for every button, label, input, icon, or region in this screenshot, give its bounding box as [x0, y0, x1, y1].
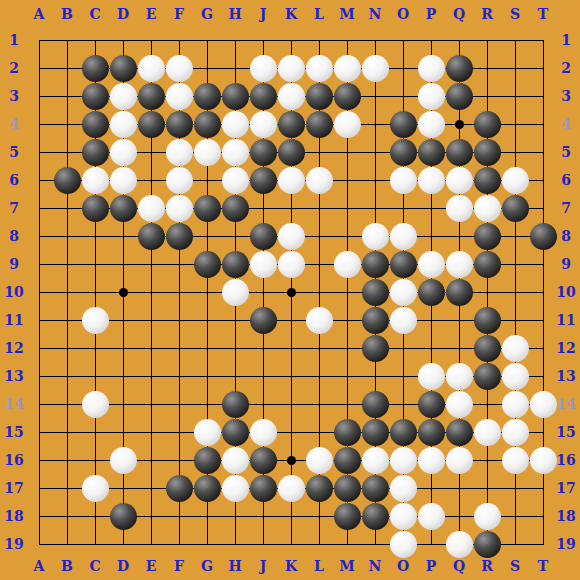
white-stone[interactable]: [390, 167, 417, 194]
col-label-bottom: N: [364, 558, 386, 574]
white-stone[interactable]: [418, 363, 445, 390]
white-stone[interactable]: [502, 335, 529, 362]
row-label-right: 17: [555, 480, 577, 496]
black-stone[interactable]: [334, 475, 361, 502]
black-stone[interactable]: [362, 307, 389, 334]
black-stone[interactable]: [194, 447, 221, 474]
star-point: [287, 288, 296, 297]
white-stone[interactable]: [390, 447, 417, 474]
white-stone[interactable]: [166, 167, 193, 194]
col-label-bottom: G: [196, 558, 218, 574]
col-label-bottom: J: [252, 558, 274, 574]
black-stone[interactable]: [138, 111, 165, 138]
col-label-bottom: T: [532, 558, 554, 574]
black-stone[interactable]: [110, 55, 137, 82]
white-stone[interactable]: [446, 195, 473, 222]
col-label-top: J: [252, 6, 274, 22]
row-label-left: 1: [3, 32, 25, 48]
row-label-right: 13: [555, 368, 577, 384]
white-stone[interactable]: [278, 251, 305, 278]
white-stone[interactable]: [334, 55, 361, 82]
white-stone[interactable]: [502, 391, 529, 418]
white-stone[interactable]: [222, 279, 249, 306]
col-label-top: C: [84, 6, 106, 22]
col-label-top: K: [280, 6, 302, 22]
white-stone[interactable]: [250, 111, 277, 138]
white-stone[interactable]: [502, 167, 529, 194]
row-label-left: 11: [3, 312, 25, 328]
white-stone[interactable]: [530, 447, 557, 474]
row-label-left: 6: [3, 172, 25, 188]
white-stone[interactable]: [222, 167, 249, 194]
white-stone[interactable]: [502, 419, 529, 446]
col-label-top: T: [532, 6, 554, 22]
white-stone[interactable]: [166, 55, 193, 82]
black-stone[interactable]: [250, 307, 277, 334]
col-label-bottom: A: [28, 558, 50, 574]
white-stone[interactable]: [194, 419, 221, 446]
black-stone[interactable]: [82, 111, 109, 138]
go-board-app: AABBCCDDEEFFGGHHJJKKLLMMNNOOPPQQRRSSTT11…: [0, 0, 580, 580]
black-stone[interactable]: [390, 111, 417, 138]
black-stone[interactable]: [530, 223, 557, 250]
row-label-right: 6: [555, 172, 577, 188]
col-label-top: L: [308, 6, 330, 22]
white-stone[interactable]: [306, 307, 333, 334]
col-label-bottom: Q: [448, 558, 470, 574]
black-stone[interactable]: [418, 279, 445, 306]
row-label-left: 8: [3, 228, 25, 244]
col-label-top: F: [168, 6, 190, 22]
white-stone[interactable]: [110, 111, 137, 138]
white-stone[interactable]: [530, 391, 557, 418]
black-stone[interactable]: [474, 307, 501, 334]
black-stone[interactable]: [446, 419, 473, 446]
col-label-top: G: [196, 6, 218, 22]
row-label-left: 14: [3, 396, 25, 412]
black-stone[interactable]: [138, 83, 165, 110]
white-stone[interactable]: [474, 419, 501, 446]
row-label-left: 19: [3, 536, 25, 552]
black-stone[interactable]: [222, 83, 249, 110]
black-stone[interactable]: [306, 111, 333, 138]
white-stone[interactable]: [390, 279, 417, 306]
black-stone[interactable]: [418, 419, 445, 446]
white-stone[interactable]: [418, 83, 445, 110]
white-stone[interactable]: [110, 167, 137, 194]
black-stone[interactable]: [110, 503, 137, 530]
row-label-left: 15: [3, 424, 25, 440]
black-stone[interactable]: [54, 167, 81, 194]
white-stone[interactable]: [138, 195, 165, 222]
black-stone[interactable]: [250, 139, 277, 166]
col-label-top: Q: [448, 6, 470, 22]
black-stone[interactable]: [446, 55, 473, 82]
row-label-right: 9: [555, 256, 577, 272]
black-stone[interactable]: [334, 419, 361, 446]
row-label-right: 8: [555, 228, 577, 244]
row-label-right: 18: [555, 508, 577, 524]
white-stone[interactable]: [278, 55, 305, 82]
col-label-top: D: [112, 6, 134, 22]
black-stone[interactable]: [418, 139, 445, 166]
row-label-right: 4: [555, 116, 577, 132]
white-stone[interactable]: [362, 223, 389, 250]
white-stone[interactable]: [418, 447, 445, 474]
white-stone[interactable]: [446, 531, 473, 558]
black-stone[interactable]: [362, 251, 389, 278]
star-point: [287, 456, 296, 465]
white-stone[interactable]: [418, 503, 445, 530]
row-label-right: 14: [555, 396, 577, 412]
black-stone[interactable]: [418, 391, 445, 418]
row-label-left: 5: [3, 144, 25, 160]
black-stone[interactable]: [362, 391, 389, 418]
white-stone[interactable]: [446, 391, 473, 418]
col-label-bottom: R: [476, 558, 498, 574]
white-stone[interactable]: [474, 195, 501, 222]
row-label-right: 2: [555, 60, 577, 76]
black-stone[interactable]: [390, 139, 417, 166]
col-label-top: E: [140, 6, 162, 22]
white-stone[interactable]: [222, 447, 249, 474]
row-label-left: 2: [3, 60, 25, 76]
black-stone[interactable]: [250, 83, 277, 110]
white-stone[interactable]: [446, 447, 473, 474]
row-label-right: 1: [555, 32, 577, 48]
black-stone[interactable]: [250, 167, 277, 194]
white-stone[interactable]: [250, 55, 277, 82]
row-label-left: 18: [3, 508, 25, 524]
row-label-left: 17: [3, 480, 25, 496]
col-label-bottom: S: [504, 558, 526, 574]
row-label-left: 9: [3, 256, 25, 272]
row-label-left: 12: [3, 340, 25, 356]
row-label-right: 7: [555, 200, 577, 216]
black-stone[interactable]: [194, 195, 221, 222]
white-stone[interactable]: [306, 447, 333, 474]
row-label-left: 10: [3, 284, 25, 300]
black-stone[interactable]: [138, 223, 165, 250]
white-stone[interactable]: [166, 83, 193, 110]
col-label-top: B: [56, 6, 78, 22]
white-stone[interactable]: [222, 139, 249, 166]
black-stone[interactable]: [82, 195, 109, 222]
white-stone[interactable]: [390, 475, 417, 502]
black-stone[interactable]: [166, 475, 193, 502]
col-label-bottom: K: [280, 558, 302, 574]
black-stone[interactable]: [446, 83, 473, 110]
white-stone[interactable]: [390, 503, 417, 530]
black-stone[interactable]: [250, 447, 277, 474]
white-stone[interactable]: [362, 55, 389, 82]
black-stone[interactable]: [82, 139, 109, 166]
star-point: [455, 120, 464, 129]
black-stone[interactable]: [474, 531, 501, 558]
col-label-top: S: [504, 6, 526, 22]
black-stone[interactable]: [194, 111, 221, 138]
white-stone[interactable]: [502, 447, 529, 474]
col-label-bottom: O: [392, 558, 414, 574]
white-stone[interactable]: [166, 195, 193, 222]
col-label-bottom: M: [336, 558, 358, 574]
col-label-bottom: F: [168, 558, 190, 574]
white-stone[interactable]: [110, 447, 137, 474]
row-label-right: 15: [555, 424, 577, 440]
col-label-bottom: D: [112, 558, 134, 574]
row-label-left: 4: [3, 116, 25, 132]
white-stone[interactable]: [222, 475, 249, 502]
white-stone[interactable]: [334, 251, 361, 278]
white-stone[interactable]: [306, 167, 333, 194]
white-stone[interactable]: [82, 167, 109, 194]
row-label-right: 11: [555, 312, 577, 328]
row-label-right: 10: [555, 284, 577, 300]
black-stone[interactable]: [222, 419, 249, 446]
black-stone[interactable]: [306, 475, 333, 502]
black-stone[interactable]: [82, 55, 109, 82]
white-stone[interactable]: [278, 223, 305, 250]
black-stone[interactable]: [222, 391, 249, 418]
black-stone[interactable]: [334, 503, 361, 530]
white-stone[interactable]: [222, 111, 249, 138]
col-label-bottom: E: [140, 558, 162, 574]
black-stone[interactable]: [82, 83, 109, 110]
black-stone[interactable]: [166, 111, 193, 138]
white-stone[interactable]: [194, 139, 221, 166]
black-stone[interactable]: [334, 83, 361, 110]
white-stone[interactable]: [278, 167, 305, 194]
white-stone[interactable]: [278, 475, 305, 502]
col-label-top: R: [476, 6, 498, 22]
black-stone[interactable]: [362, 503, 389, 530]
col-label-bottom: B: [56, 558, 78, 574]
black-stone[interactable]: [474, 111, 501, 138]
col-label-top: A: [28, 6, 50, 22]
white-stone[interactable]: [418, 251, 445, 278]
white-stone[interactable]: [418, 55, 445, 82]
col-label-bottom: H: [224, 558, 246, 574]
black-stone[interactable]: [166, 223, 193, 250]
black-stone[interactable]: [446, 139, 473, 166]
white-stone[interactable]: [446, 167, 473, 194]
black-stone[interactable]: [474, 363, 501, 390]
white-stone[interactable]: [250, 419, 277, 446]
white-stone[interactable]: [390, 223, 417, 250]
black-stone[interactable]: [194, 251, 221, 278]
white-stone[interactable]: [390, 531, 417, 558]
col-label-top: N: [364, 6, 386, 22]
row-label-right: 16: [555, 452, 577, 468]
white-stone[interactable]: [166, 139, 193, 166]
black-stone[interactable]: [222, 251, 249, 278]
row-label-right: 12: [555, 340, 577, 356]
black-stone[interactable]: [194, 475, 221, 502]
white-stone[interactable]: [418, 111, 445, 138]
white-stone[interactable]: [110, 83, 137, 110]
white-stone[interactable]: [250, 251, 277, 278]
black-stone[interactable]: [502, 195, 529, 222]
white-stone[interactable]: [278, 83, 305, 110]
black-stone[interactable]: [250, 223, 277, 250]
white-stone[interactable]: [418, 167, 445, 194]
black-stone[interactable]: [278, 139, 305, 166]
white-stone[interactable]: [446, 363, 473, 390]
black-stone[interactable]: [194, 83, 221, 110]
col-label-bottom: P: [420, 558, 442, 574]
black-stone[interactable]: [222, 195, 249, 222]
white-stone[interactable]: [334, 111, 361, 138]
white-stone[interactable]: [390, 307, 417, 334]
col-label-top: H: [224, 6, 246, 22]
black-stone[interactable]: [362, 475, 389, 502]
col-label-bottom: C: [84, 558, 106, 574]
black-stone[interactable]: [474, 167, 501, 194]
black-stone[interactable]: [362, 279, 389, 306]
col-label-top: M: [336, 6, 358, 22]
star-point: [119, 288, 128, 297]
black-stone[interactable]: [278, 111, 305, 138]
row-label-left: 13: [3, 368, 25, 384]
white-stone[interactable]: [110, 139, 137, 166]
white-stone[interactable]: [502, 363, 529, 390]
white-stone[interactable]: [362, 447, 389, 474]
row-label-left: 7: [3, 200, 25, 216]
white-stone[interactable]: [138, 55, 165, 82]
black-stone[interactable]: [474, 335, 501, 362]
black-stone[interactable]: [250, 475, 277, 502]
black-stone[interactable]: [446, 279, 473, 306]
row-label-right: 3: [555, 88, 577, 104]
black-stone[interactable]: [334, 447, 361, 474]
black-stone[interactable]: [306, 83, 333, 110]
white-stone[interactable]: [474, 503, 501, 530]
black-stone[interactable]: [390, 251, 417, 278]
row-label-right: 19: [555, 536, 577, 552]
black-stone[interactable]: [474, 251, 501, 278]
black-stone[interactable]: [474, 223, 501, 250]
black-stone[interactable]: [390, 419, 417, 446]
black-stone[interactable]: [362, 419, 389, 446]
black-stone[interactable]: [362, 335, 389, 362]
white-stone[interactable]: [306, 55, 333, 82]
black-stone[interactable]: [110, 195, 137, 222]
white-stone[interactable]: [82, 307, 109, 334]
row-label-left: 3: [3, 88, 25, 104]
col-label-top: O: [392, 6, 414, 22]
white-stone[interactable]: [82, 391, 109, 418]
col-label-top: P: [420, 6, 442, 22]
white-stone[interactable]: [446, 251, 473, 278]
white-stone[interactable]: [82, 475, 109, 502]
row-label-right: 5: [555, 144, 577, 160]
black-stone[interactable]: [474, 139, 501, 166]
row-label-left: 16: [3, 452, 25, 468]
col-label-bottom: L: [308, 558, 330, 574]
